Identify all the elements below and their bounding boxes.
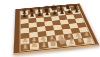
square-h1: ♜ bbox=[83, 37, 94, 44]
square-f5 bbox=[60, 19, 69, 24]
square-b1: ♞ bbox=[30, 43, 40, 50]
piece-white-rook: ♜ bbox=[83, 36, 95, 43]
perspective-wrapper: ♜♞♝♛♚♝♞♜♟♟♟♟♟♟♟♟♟♟♟♟♟♟♟♟♜♞♝♛♚♝♞♜ bbox=[0, 0, 100, 57]
chess-set-photo: ♜♞♝♛♚♝♞♜♟♟♟♟♟♟♟♟♟♟♟♟♟♟♟♟♜♞♝♛♚♝♞♜ bbox=[0, 0, 100, 57]
chessboard-squares: ♜♞♝♛♚♝♞♜♟♟♟♟♟♟♟♟♟♟♟♟♟♟♟♟♜♞♝♛♚♝♞♜ bbox=[20, 6, 96, 52]
square-f1: ♝ bbox=[65, 39, 76, 46]
chessboard-frame: ♜♞♝♛♚♝♞♜♟♟♟♟♟♟♟♟♟♟♟♟♟♟♟♟♜♞♝♛♚♝♞♜ bbox=[13, 3, 99, 54]
square-a1: ♜ bbox=[21, 44, 30, 51]
